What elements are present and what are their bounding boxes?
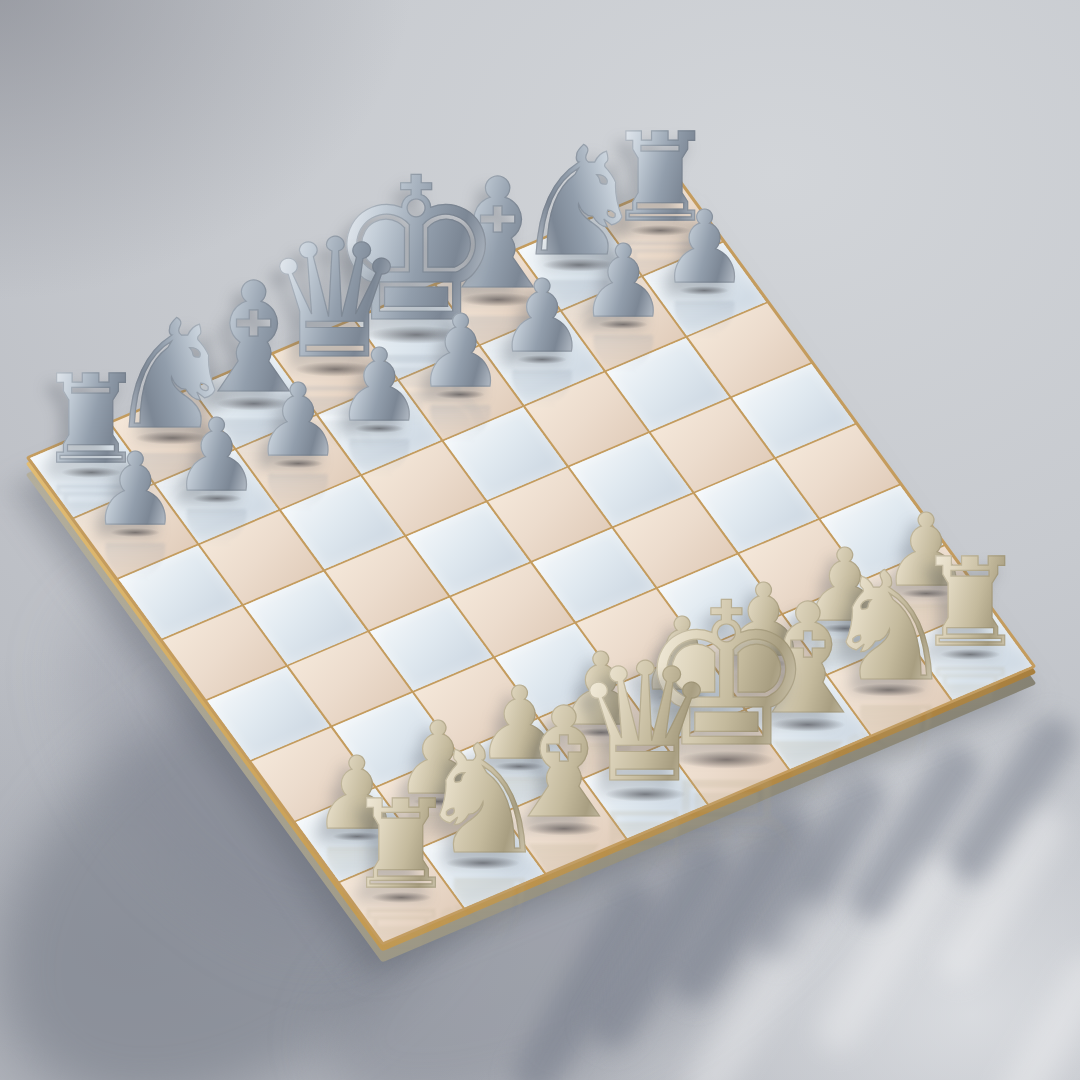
pawn-glyph: ♟ [497, 267, 587, 367]
piece-silver-pawn-g7[interactable]: ♟♟ [578, 232, 668, 332]
piece-silver-pawn-c7[interactable]: ♟♟ [253, 371, 343, 471]
piece-silver-pawn-f7[interactable]: ♟♟ [497, 267, 587, 367]
rook-glyph: ♜ [346, 784, 455, 906]
pawn-glyph: ♟ [172, 406, 262, 506]
piece-silver-pawn-e7[interactable]: ♟♟ [416, 302, 506, 402]
pawn-glyph: ♟ [416, 302, 506, 402]
scene: ♜♜♞♞♟♟♝♝♟♟♚♚♟♟♛♛♟♟♝♝♟♟♞♞♟♟♜♜♟♟♟♟♟♟♟♟♜♜♟♟… [0, 0, 1080, 1080]
pawn-glyph: ♟ [335, 336, 425, 436]
piece-silver-pawn-d7[interactable]: ♟♟ [335, 336, 425, 436]
piece-silver-pawn-h7[interactable]: ♟♟ [660, 198, 750, 298]
pawn-glyph: ♟ [253, 371, 343, 471]
pawn-glyph: ♟ [660, 198, 750, 298]
piece-wood-rook-a1[interactable]: ♜♜ [346, 784, 455, 906]
piece-silver-pawn-a7[interactable]: ♟♟ [91, 440, 181, 540]
window-light-streak [985, 947, 1080, 1080]
pawn-glyph: ♟ [91, 440, 181, 540]
pawn-glyph: ♟ [578, 232, 668, 332]
piece-silver-pawn-b7[interactable]: ♟♟ [172, 406, 262, 506]
